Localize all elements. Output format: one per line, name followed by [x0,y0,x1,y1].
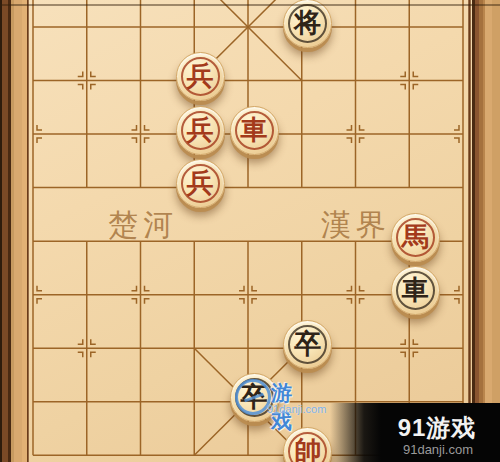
watermark-banner-logo: 91游戏 [392,412,482,444]
piece-glyph: 兵 [187,63,214,90]
piece-red-chariot[interactable]: 車 [230,106,279,155]
piece-glyph: 卒 [294,331,321,358]
top-edge-line [0,4,500,6]
piece-red-horse[interactable]: 馬 [391,213,440,262]
watermark-banner: 91游戏 91danji.com [330,403,500,462]
piece-black-general[interactable]: 将 [283,0,332,48]
piece-red-soldier-3[interactable]: 兵 [176,159,225,208]
board-frame-right [472,0,500,462]
watermark-badge-site: 91danji.com [267,403,326,415]
watermark-banner-site: 91danji.com [398,442,478,457]
piece-glyph: 兵 [187,170,214,197]
piece-red-soldier-2[interactable]: 兵 [176,106,225,155]
piece-glyph: 将 [294,10,321,37]
xiangqi-game-screen: 楚河 漢界 将兵兵車兵馬車卒卒帥 游戏 91danji.com 91游戏 91d… [0,0,500,462]
piece-glyph: 車 [241,117,268,144]
piece-glyph: 兵 [187,117,214,144]
piece-black-chariot[interactable]: 車 [391,266,440,315]
piece-black-soldier-1[interactable]: 卒 [283,320,332,369]
piece-glyph: 馬 [402,224,429,251]
piece-red-soldier-1[interactable]: 兵 [176,52,225,101]
board-frame-left [0,0,27,462]
watermark-ring-icon [235,379,271,415]
piece-glyph: 帥 [294,438,321,462]
piece-glyph: 車 [402,277,429,304]
